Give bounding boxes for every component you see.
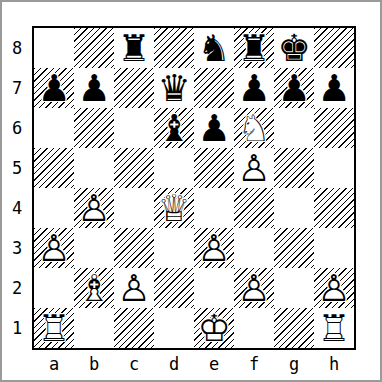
square-d2[interactable]	[154, 268, 194, 308]
square-c6[interactable]	[114, 108, 154, 148]
white-pawn-a3: ♙	[34, 228, 74, 268]
square-h3[interactable]	[314, 228, 354, 268]
piece-halo: ♜	[314, 308, 354, 348]
piece-halo: ♟	[234, 268, 274, 308]
square-d8[interactable]	[154, 28, 194, 68]
square-e5[interactable]	[194, 148, 234, 188]
piece-halo: ♜	[114, 28, 154, 68]
black-pawn-f7: ♟	[234, 68, 274, 108]
square-g2[interactable]	[274, 268, 314, 308]
rank-label-4: 4	[4, 188, 30, 228]
black-queen-d7: ♛	[154, 68, 194, 108]
white-pawn-b4: ♙	[74, 188, 114, 228]
file-label-g: g	[274, 351, 314, 377]
square-f7[interactable]: ♟♟	[234, 68, 274, 108]
rank-label-8: 8	[4, 28, 30, 68]
square-c8[interactable]: ♜♜	[114, 28, 154, 68]
square-h1[interactable]: ♜♖	[314, 308, 354, 348]
square-d1[interactable]	[154, 308, 194, 348]
square-c5[interactable]	[114, 148, 154, 188]
chess-diagram: 87654321 ♜♜♞♞♜♜♚♚♟♟♟♟♛♛♟♟♟♟♟♟♝♝♟♟♞♘♟♙♟♙♛…	[0, 0, 382, 382]
piece-halo: ♟	[314, 268, 354, 308]
square-b6[interactable]	[74, 108, 114, 148]
square-g4[interactable]	[274, 188, 314, 228]
file-label-a: a	[34, 351, 74, 377]
white-pawn-e3: ♙	[194, 228, 234, 268]
square-e3[interactable]: ♟♙	[194, 228, 234, 268]
white-knight-f6: ♘	[234, 108, 274, 148]
white-bishop-b2: ♗	[74, 268, 114, 308]
square-h7[interactable]: ♟♟	[314, 68, 354, 108]
piece-halo: ♚	[194, 308, 234, 348]
square-g7[interactable]: ♟♟	[274, 68, 314, 108]
square-h2[interactable]: ♟♙	[314, 268, 354, 308]
square-b2[interactable]: ♝♗	[74, 268, 114, 308]
square-a1[interactable]: ♜♖	[34, 308, 74, 348]
piece-halo: ♟	[34, 228, 74, 268]
rank-label-3: 3	[4, 228, 30, 268]
white-queen-d4: ♕	[154, 188, 194, 228]
file-labels: abcdefgh	[34, 351, 354, 377]
black-pawn-b7: ♟	[74, 68, 114, 108]
piece-halo: ♝	[154, 108, 194, 148]
piece-halo: ♟	[274, 68, 314, 108]
square-a5[interactable]	[34, 148, 74, 188]
file-label-c: c	[114, 351, 154, 377]
square-f1[interactable]	[234, 308, 274, 348]
square-g6[interactable]	[274, 108, 314, 148]
piece-halo: ♝	[74, 268, 114, 308]
square-d7[interactable]: ♛♛	[154, 68, 194, 108]
black-pawn-a7: ♟	[34, 68, 74, 108]
square-a3[interactable]: ♟♙	[34, 228, 74, 268]
black-pawn-g7: ♟	[274, 68, 314, 108]
black-pawn-e6: ♟	[194, 108, 234, 148]
square-e8[interactable]: ♞♞	[194, 28, 234, 68]
square-c4[interactable]	[114, 188, 154, 228]
piece-halo: ♚	[274, 28, 314, 68]
piece-halo: ♜	[34, 308, 74, 348]
square-b5[interactable]	[74, 148, 114, 188]
file-label-e: e	[194, 351, 234, 377]
white-pawn-h2: ♙	[314, 268, 354, 308]
square-a4[interactable]	[34, 188, 74, 228]
white-pawn-f5: ♙	[234, 148, 274, 188]
square-d3[interactable]	[154, 228, 194, 268]
piece-halo: ♟	[74, 188, 114, 228]
rank-label-2: 2	[4, 268, 30, 308]
square-b7[interactable]: ♟♟	[74, 68, 114, 108]
piece-halo: ♛	[154, 68, 194, 108]
square-g8[interactable]: ♚♚	[274, 28, 314, 68]
white-rook-a1: ♖	[34, 308, 74, 348]
piece-halo: ♟	[34, 68, 74, 108]
white-pawn-f2: ♙	[234, 268, 274, 308]
chess-board: ♜♜♞♞♜♜♚♚♟♟♟♟♛♛♟♟♟♟♟♟♝♝♟♟♞♘♟♙♟♙♛♕♟♙♟♙♝♗♟♙…	[32, 26, 356, 350]
file-label-d: d	[154, 351, 194, 377]
square-h5[interactable]	[314, 148, 354, 188]
piece-halo: ♞	[194, 28, 234, 68]
square-f8[interactable]: ♜♜	[234, 28, 274, 68]
square-c7[interactable]	[114, 68, 154, 108]
square-c1[interactable]	[114, 308, 154, 348]
rank-label-7: 7	[4, 68, 30, 108]
square-c2[interactable]: ♟♙	[114, 268, 154, 308]
square-e4[interactable]	[194, 188, 234, 228]
black-rook-f8: ♜	[234, 28, 274, 68]
square-g1[interactable]	[274, 308, 314, 348]
white-pawn-c2: ♙	[114, 268, 154, 308]
white-rook-h1: ♖	[314, 308, 354, 348]
black-rook-c8: ♜	[114, 28, 154, 68]
rank-label-1: 1	[4, 308, 30, 348]
piece-halo: ♟	[234, 68, 274, 108]
square-e6[interactable]: ♟♟	[194, 108, 234, 148]
square-a6[interactable]	[34, 108, 74, 148]
rank-labels: 87654321	[4, 28, 30, 348]
square-g5[interactable]	[274, 148, 314, 188]
black-bishop-d6: ♝	[154, 108, 194, 148]
white-king-e1: ♔	[194, 308, 234, 348]
square-a7[interactable]: ♟♟	[34, 68, 74, 108]
square-a2[interactable]	[34, 268, 74, 308]
black-pawn-h7: ♟	[314, 68, 354, 108]
piece-halo: ♟	[194, 228, 234, 268]
piece-halo: ♟	[74, 68, 114, 108]
piece-halo: ♟	[234, 148, 274, 188]
piece-halo: ♜	[234, 28, 274, 68]
board-grid: ♜♜♞♞♜♜♚♚♟♟♟♟♛♛♟♟♟♟♟♟♝♝♟♟♞♘♟♙♟♙♛♕♟♙♟♙♝♗♟♙…	[34, 28, 354, 348]
square-d6[interactable]: ♝♝	[154, 108, 194, 148]
square-e2[interactable]	[194, 268, 234, 308]
square-f2[interactable]: ♟♙	[234, 268, 274, 308]
square-f6[interactable]: ♞♘	[234, 108, 274, 148]
square-b3[interactable]	[74, 228, 114, 268]
piece-halo: ♞	[234, 108, 274, 148]
piece-halo: ♛	[154, 188, 194, 228]
square-h4[interactable]	[314, 188, 354, 228]
square-e1[interactable]: ♚♔	[194, 308, 234, 348]
square-a8[interactable]	[34, 28, 74, 68]
square-b8[interactable]	[74, 28, 114, 68]
file-label-f: f	[234, 351, 274, 377]
square-h6[interactable]	[314, 108, 354, 148]
square-c3[interactable]	[114, 228, 154, 268]
square-d5[interactable]	[154, 148, 194, 188]
file-label-b: b	[74, 351, 114, 377]
rank-label-5: 5	[4, 148, 30, 188]
square-h8[interactable]	[314, 28, 354, 68]
rank-label-6: 6	[4, 108, 30, 148]
black-knight-e8: ♞	[194, 28, 234, 68]
file-label-h: h	[314, 351, 354, 377]
square-f3[interactable]	[234, 228, 274, 268]
piece-halo: ♟	[194, 108, 234, 148]
square-g3[interactable]	[274, 228, 314, 268]
piece-halo: ♟	[114, 268, 154, 308]
square-b1[interactable]	[74, 308, 114, 348]
square-f5[interactable]: ♟♙	[234, 148, 274, 188]
piece-halo: ♟	[314, 68, 354, 108]
square-f4[interactable]	[234, 188, 274, 228]
square-d4[interactable]: ♛♕	[154, 188, 194, 228]
square-e7[interactable]	[194, 68, 234, 108]
square-b4[interactable]: ♟♙	[74, 188, 114, 228]
black-king-g8: ♚	[274, 28, 314, 68]
